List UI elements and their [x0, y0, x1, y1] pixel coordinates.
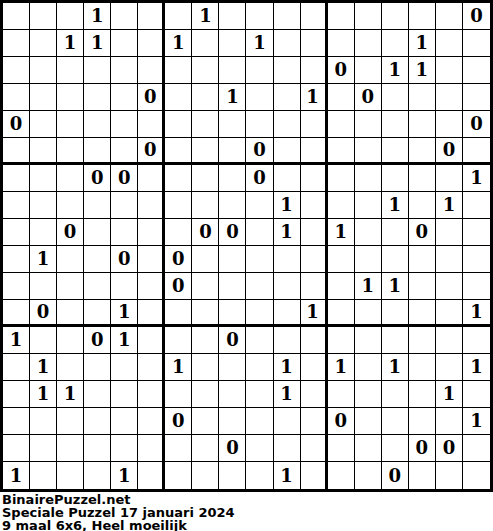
cell-r6c4[interactable] — [84, 138, 111, 165]
cell-r1c9[interactable] — [219, 3, 246, 30]
cell-r6c3[interactable] — [57, 138, 84, 165]
cell-r4c17[interactable] — [436, 84, 463, 111]
cell-r3c8[interactable] — [192, 57, 219, 84]
cell-r7c18[interactable]: 1 — [463, 165, 490, 192]
cell-r9c3[interactable]: 0 — [57, 219, 84, 246]
cell-r4c1[interactable] — [3, 84, 30, 111]
cell-r7c14[interactable] — [355, 165, 382, 192]
cell-r14c15[interactable]: 1 — [382, 354, 409, 381]
cell-r10c16[interactable] — [409, 246, 436, 273]
cell-r11c11[interactable] — [274, 273, 301, 300]
cell-r2c18[interactable] — [463, 30, 490, 57]
cell-r11c17[interactable] — [436, 273, 463, 300]
cell-r9c9[interactable]: 0 — [219, 219, 246, 246]
cell-r13c16[interactable] — [409, 327, 436, 354]
cell-r7c17[interactable] — [436, 165, 463, 192]
cell-r18c14[interactable] — [355, 462, 382, 489]
cell-r11c15[interactable]: 1 — [382, 273, 409, 300]
cell-r15c15[interactable] — [382, 381, 409, 408]
cell-r11c14[interactable]: 1 — [355, 273, 382, 300]
cell-r6c15[interactable] — [382, 138, 409, 165]
cell-r9c2[interactable] — [30, 219, 57, 246]
cell-r7c10[interactable]: 0 — [246, 165, 273, 192]
cell-r1c2[interactable] — [30, 3, 57, 30]
cell-r13c10[interactable] — [246, 327, 273, 354]
cell-r17c14[interactable] — [355, 435, 382, 462]
cell-r6c12[interactable] — [301, 138, 328, 165]
cell-r10c2[interactable]: 1 — [30, 246, 57, 273]
cell-r11c5[interactable] — [111, 273, 138, 300]
cell-r7c4[interactable]: 0 — [84, 165, 111, 192]
cell-r8c14[interactable] — [355, 192, 382, 219]
cell-r15c13[interactable] — [328, 381, 355, 408]
cell-r2c7[interactable]: 1 — [165, 30, 192, 57]
cell-r4c9[interactable]: 1 — [219, 84, 246, 111]
cell-r5c3[interactable] — [57, 111, 84, 138]
cell-r17c9[interactable]: 0 — [219, 435, 246, 462]
cell-r16c8[interactable] — [192, 408, 219, 435]
cell-r5c13[interactable] — [328, 111, 355, 138]
cell-r10c6[interactable] — [138, 246, 165, 273]
cell-r6c14[interactable] — [355, 138, 382, 165]
cell-r10c15[interactable] — [382, 246, 409, 273]
cell-r2c15[interactable] — [382, 30, 409, 57]
cell-r10c3[interactable] — [57, 246, 84, 273]
cell-r17c16[interactable]: 0 — [409, 435, 436, 462]
cell-r14c12[interactable] — [301, 354, 328, 381]
cell-r16c9[interactable] — [219, 408, 246, 435]
cell-r1c13[interactable] — [328, 3, 355, 30]
cell-r5c8[interactable] — [192, 111, 219, 138]
cell-r4c12[interactable]: 1 — [301, 84, 328, 111]
cell-r14c6[interactable] — [138, 354, 165, 381]
cell-r1c4[interactable]: 1 — [84, 3, 111, 30]
cell-r17c11[interactable] — [274, 435, 301, 462]
cell-r3c9[interactable] — [219, 57, 246, 84]
cell-r14c16[interactable] — [409, 354, 436, 381]
cell-r10c5[interactable]: 0 — [111, 246, 138, 273]
cell-r6c9[interactable] — [219, 138, 246, 165]
cell-r5c18[interactable]: 0 — [463, 111, 490, 138]
cell-r16c17[interactable] — [436, 408, 463, 435]
cell-r12c17[interactable] — [436, 300, 463, 327]
cell-r17c8[interactable] — [192, 435, 219, 462]
cell-r3c13[interactable]: 0 — [328, 57, 355, 84]
cell-r18c12[interactable] — [301, 462, 328, 489]
cell-r2c13[interactable] — [328, 30, 355, 57]
cell-r12c4[interactable] — [84, 300, 111, 327]
cell-r18c18[interactable] — [463, 462, 490, 489]
cell-r10c13[interactable] — [328, 246, 355, 273]
cell-r14c10[interactable] — [246, 354, 273, 381]
cell-r7c6[interactable] — [138, 165, 165, 192]
cell-r17c7[interactable] — [165, 435, 192, 462]
cell-r12c8[interactable] — [192, 300, 219, 327]
cell-r2c9[interactable] — [219, 30, 246, 57]
cell-r14c2[interactable]: 1 — [30, 354, 57, 381]
cell-r18c13[interactable] — [328, 462, 355, 489]
cell-r13c17[interactable] — [436, 327, 463, 354]
cell-r7c9[interactable] — [219, 165, 246, 192]
cell-r13c9[interactable]: 0 — [219, 327, 246, 354]
cell-r15c10[interactable] — [246, 381, 273, 408]
cell-r8c1[interactable] — [3, 192, 30, 219]
cell-r16c16[interactable] — [409, 408, 436, 435]
cell-r14c7[interactable]: 1 — [165, 354, 192, 381]
cell-r9c15[interactable] — [382, 219, 409, 246]
cell-r4c3[interactable] — [57, 84, 84, 111]
cell-r18c10[interactable] — [246, 462, 273, 489]
cell-r8c2[interactable] — [30, 192, 57, 219]
cell-r4c16[interactable] — [409, 84, 436, 111]
cell-r3c12[interactable] — [301, 57, 328, 84]
cell-r13c2[interactable] — [30, 327, 57, 354]
cell-r12c5[interactable]: 1 — [111, 300, 138, 327]
cell-r11c8[interactable] — [192, 273, 219, 300]
cell-r4c7[interactable] — [165, 84, 192, 111]
cell-r18c6[interactable] — [138, 462, 165, 489]
cell-r8c11[interactable]: 1 — [274, 192, 301, 219]
cell-r3c18[interactable] — [463, 57, 490, 84]
cell-r13c5[interactable]: 1 — [111, 327, 138, 354]
cell-r9c14[interactable] — [355, 219, 382, 246]
cell-r11c6[interactable] — [138, 273, 165, 300]
cell-r11c1[interactable] — [3, 273, 30, 300]
cell-r6c11[interactable] — [274, 138, 301, 165]
cell-r17c17[interactable]: 0 — [436, 435, 463, 462]
cell-r15c17[interactable]: 1 — [436, 381, 463, 408]
cell-r4c18[interactable] — [463, 84, 490, 111]
cell-r10c18[interactable] — [463, 246, 490, 273]
cell-r8c9[interactable] — [219, 192, 246, 219]
cell-r3c6[interactable] — [138, 57, 165, 84]
cell-r8c5[interactable] — [111, 192, 138, 219]
cell-r8c16[interactable] — [409, 192, 436, 219]
cell-r9c11[interactable]: 1 — [274, 219, 301, 246]
cell-r8c15[interactable]: 1 — [382, 192, 409, 219]
cell-r17c10[interactable] — [246, 435, 273, 462]
cell-r3c15[interactable]: 1 — [382, 57, 409, 84]
cell-r6c10[interactable]: 0 — [246, 138, 273, 165]
cell-r3c4[interactable] — [84, 57, 111, 84]
cell-r1c12[interactable] — [301, 3, 328, 30]
cell-r6c8[interactable] — [192, 138, 219, 165]
cell-r7c12[interactable] — [301, 165, 328, 192]
cell-r16c5[interactable] — [111, 408, 138, 435]
cell-r16c4[interactable] — [84, 408, 111, 435]
cell-r5c7[interactable] — [165, 111, 192, 138]
cell-r14c8[interactable] — [192, 354, 219, 381]
cell-r11c13[interactable] — [328, 273, 355, 300]
cell-r18c4[interactable] — [84, 462, 111, 489]
cell-r7c16[interactable] — [409, 165, 436, 192]
cell-r4c13[interactable] — [328, 84, 355, 111]
cell-r16c12[interactable] — [301, 408, 328, 435]
cell-r11c10[interactable] — [246, 273, 273, 300]
cell-r12c2[interactable]: 0 — [30, 300, 57, 327]
cell-r5c4[interactable] — [84, 111, 111, 138]
cell-r4c11[interactable] — [274, 84, 301, 111]
cell-r17c12[interactable] — [301, 435, 328, 462]
cell-r3c7[interactable] — [165, 57, 192, 84]
cell-r9c8[interactable]: 0 — [192, 219, 219, 246]
cell-r12c13[interactable] — [328, 300, 355, 327]
cell-r1c17[interactable] — [436, 3, 463, 30]
cell-r7c8[interactable] — [192, 165, 219, 192]
cell-r12c9[interactable] — [219, 300, 246, 327]
cell-r16c11[interactable] — [274, 408, 301, 435]
cell-r7c13[interactable] — [328, 165, 355, 192]
cell-r2c3[interactable]: 1 — [57, 30, 84, 57]
cell-r8c4[interactable] — [84, 192, 111, 219]
cell-r6c17[interactable]: 0 — [436, 138, 463, 165]
cell-r9c16[interactable]: 0 — [409, 219, 436, 246]
cell-r11c3[interactable] — [57, 273, 84, 300]
cell-r15c16[interactable] — [409, 381, 436, 408]
cell-r9c17[interactable] — [436, 219, 463, 246]
cell-r7c2[interactable] — [30, 165, 57, 192]
cell-r5c16[interactable] — [409, 111, 436, 138]
cell-r2c8[interactable] — [192, 30, 219, 57]
cell-r14c5[interactable] — [111, 354, 138, 381]
cell-r18c11[interactable]: 1 — [274, 462, 301, 489]
cell-r2c11[interactable] — [274, 30, 301, 57]
cell-r4c5[interactable] — [111, 84, 138, 111]
cell-r8c18[interactable] — [463, 192, 490, 219]
cell-r14c9[interactable] — [219, 354, 246, 381]
cell-r12c15[interactable] — [382, 300, 409, 327]
cell-r10c7[interactable]: 0 — [165, 246, 192, 273]
cell-r9c4[interactable] — [84, 219, 111, 246]
cell-r8c6[interactable] — [138, 192, 165, 219]
cell-r10c11[interactable] — [274, 246, 301, 273]
cell-r18c7[interactable] — [165, 462, 192, 489]
cell-r10c12[interactable] — [301, 246, 328, 273]
cell-r14c3[interactable] — [57, 354, 84, 381]
cell-r2c12[interactable] — [301, 30, 328, 57]
cell-r8c7[interactable] — [165, 192, 192, 219]
cell-r17c3[interactable] — [57, 435, 84, 462]
cell-r2c5[interactable] — [111, 30, 138, 57]
cell-r12c6[interactable] — [138, 300, 165, 327]
cell-r2c16[interactable]: 1 — [409, 30, 436, 57]
cell-r12c1[interactable] — [3, 300, 30, 327]
cell-r17c18[interactable] — [463, 435, 490, 462]
cell-r16c15[interactable] — [382, 408, 409, 435]
cell-r12c11[interactable] — [274, 300, 301, 327]
cell-r5c5[interactable] — [111, 111, 138, 138]
cell-r17c6[interactable] — [138, 435, 165, 462]
cell-r14c13[interactable]: 1 — [328, 354, 355, 381]
cell-r10c8[interactable] — [192, 246, 219, 273]
cell-r13c12[interactable] — [301, 327, 328, 354]
cell-r17c13[interactable] — [328, 435, 355, 462]
cell-r8c17[interactable]: 1 — [436, 192, 463, 219]
cell-r17c5[interactable] — [111, 435, 138, 462]
cell-r9c18[interactable] — [463, 219, 490, 246]
cell-r16c14[interactable] — [355, 408, 382, 435]
cell-r15c3[interactable]: 1 — [57, 381, 84, 408]
cell-r9c13[interactable]: 1 — [328, 219, 355, 246]
cell-r13c3[interactable] — [57, 327, 84, 354]
cell-r15c6[interactable] — [138, 381, 165, 408]
cell-r11c7[interactable]: 0 — [165, 273, 192, 300]
cell-r12c16[interactable] — [409, 300, 436, 327]
cell-r3c5[interactable] — [111, 57, 138, 84]
cell-r4c4[interactable] — [84, 84, 111, 111]
cell-r16c2[interactable] — [30, 408, 57, 435]
cell-r2c2[interactable] — [30, 30, 57, 57]
cell-r6c16[interactable] — [409, 138, 436, 165]
cell-r3c17[interactable] — [436, 57, 463, 84]
cell-r13c1[interactable]: 1 — [3, 327, 30, 354]
cell-r15c9[interactable] — [219, 381, 246, 408]
cell-r14c4[interactable] — [84, 354, 111, 381]
cell-r12c18[interactable]: 1 — [463, 300, 490, 327]
cell-r5c2[interactable] — [30, 111, 57, 138]
cell-r12c3[interactable] — [57, 300, 84, 327]
cell-r5c10[interactable] — [246, 111, 273, 138]
cell-r15c12[interactable] — [301, 381, 328, 408]
cell-r13c14[interactable] — [355, 327, 382, 354]
cell-r11c16[interactable] — [409, 273, 436, 300]
cell-r10c4[interactable] — [84, 246, 111, 273]
cell-r7c5[interactable]: 0 — [111, 165, 138, 192]
cell-r14c14[interactable] — [355, 354, 382, 381]
cell-r18c8[interactable] — [192, 462, 219, 489]
cell-r13c6[interactable] — [138, 327, 165, 354]
cell-r8c12[interactable] — [301, 192, 328, 219]
cell-r11c2[interactable] — [30, 273, 57, 300]
cell-r18c5[interactable]: 1 — [111, 462, 138, 489]
cell-r3c3[interactable] — [57, 57, 84, 84]
cell-r1c16[interactable] — [409, 3, 436, 30]
cell-r1c5[interactable] — [111, 3, 138, 30]
cell-r17c4[interactable] — [84, 435, 111, 462]
cell-r6c1[interactable] — [3, 138, 30, 165]
cell-r10c9[interactable] — [219, 246, 246, 273]
cell-r2c6[interactable] — [138, 30, 165, 57]
cell-r1c10[interactable] — [246, 3, 273, 30]
cell-r15c8[interactable] — [192, 381, 219, 408]
cell-r17c2[interactable] — [30, 435, 57, 462]
cell-r1c14[interactable] — [355, 3, 382, 30]
cell-r13c4[interactable]: 0 — [84, 327, 111, 354]
cell-r6c5[interactable] — [111, 138, 138, 165]
cell-r14c17[interactable] — [436, 354, 463, 381]
cell-r3c2[interactable] — [30, 57, 57, 84]
cell-r9c7[interactable] — [165, 219, 192, 246]
cell-r18c16[interactable] — [409, 462, 436, 489]
cell-r16c1[interactable] — [3, 408, 30, 435]
cell-r16c3[interactable] — [57, 408, 84, 435]
cell-r11c4[interactable] — [84, 273, 111, 300]
cell-r1c8[interactable]: 1 — [192, 3, 219, 30]
cell-r5c17[interactable] — [436, 111, 463, 138]
cell-r5c1[interactable]: 0 — [3, 111, 30, 138]
cell-r18c2[interactable] — [30, 462, 57, 489]
cell-r5c11[interactable] — [274, 111, 301, 138]
cell-r4c6[interactable]: 0 — [138, 84, 165, 111]
cell-r16c10[interactable] — [246, 408, 273, 435]
cell-r13c8[interactable] — [192, 327, 219, 354]
cell-r13c11[interactable] — [274, 327, 301, 354]
cell-r12c10[interactable] — [246, 300, 273, 327]
cell-r5c9[interactable] — [219, 111, 246, 138]
cell-r3c10[interactable] — [246, 57, 273, 84]
cell-r6c13[interactable] — [328, 138, 355, 165]
cell-r1c1[interactable] — [3, 3, 30, 30]
cell-r4c14[interactable]: 0 — [355, 84, 382, 111]
cell-r4c10[interactable] — [246, 84, 273, 111]
cell-r2c17[interactable] — [436, 30, 463, 57]
cell-r13c18[interactable] — [463, 327, 490, 354]
cell-r15c2[interactable]: 1 — [30, 381, 57, 408]
cell-r10c17[interactable] — [436, 246, 463, 273]
cell-r2c10[interactable]: 1 — [246, 30, 273, 57]
cell-r15c18[interactable] — [463, 381, 490, 408]
cell-r9c12[interactable] — [301, 219, 328, 246]
cell-r3c14[interactable] — [355, 57, 382, 84]
cell-r8c3[interactable] — [57, 192, 84, 219]
cell-r10c10[interactable] — [246, 246, 273, 273]
cell-r17c15[interactable] — [382, 435, 409, 462]
cell-r3c11[interactable] — [274, 57, 301, 84]
cell-r18c1[interactable]: 1 — [3, 462, 30, 489]
cell-r9c1[interactable] — [3, 219, 30, 246]
cell-r18c15[interactable]: 0 — [382, 462, 409, 489]
cell-r12c12[interactable]: 1 — [301, 300, 328, 327]
cell-r7c11[interactable] — [274, 165, 301, 192]
cell-r15c11[interactable]: 1 — [274, 381, 301, 408]
cell-r5c6[interactable] — [138, 111, 165, 138]
cell-r11c12[interactable] — [301, 273, 328, 300]
cell-r18c17[interactable] — [436, 462, 463, 489]
cell-r9c10[interactable] — [246, 219, 273, 246]
cell-r3c1[interactable] — [3, 57, 30, 84]
cell-r11c18[interactable] — [463, 273, 490, 300]
cell-r13c13[interactable] — [328, 327, 355, 354]
cell-r14c11[interactable]: 1 — [274, 354, 301, 381]
cell-r16c13[interactable]: 0 — [328, 408, 355, 435]
cell-r18c3[interactable] — [57, 462, 84, 489]
cell-r4c15[interactable] — [382, 84, 409, 111]
cell-r17c1[interactable] — [3, 435, 30, 462]
cell-r7c15[interactable] — [382, 165, 409, 192]
cell-r4c2[interactable] — [30, 84, 57, 111]
cell-r13c7[interactable] — [165, 327, 192, 354]
cell-r7c7[interactable] — [165, 165, 192, 192]
cell-r2c1[interactable] — [3, 30, 30, 57]
cell-r12c7[interactable] — [165, 300, 192, 327]
cell-r16c18[interactable]: 1 — [463, 408, 490, 435]
cell-r1c6[interactable] — [138, 3, 165, 30]
cell-r1c15[interactable] — [382, 3, 409, 30]
cell-r8c13[interactable] — [328, 192, 355, 219]
cell-r5c14[interactable] — [355, 111, 382, 138]
cell-r1c18[interactable]: 0 — [463, 3, 490, 30]
cell-r15c7[interactable] — [165, 381, 192, 408]
cell-r15c14[interactable] — [355, 381, 382, 408]
cell-r5c15[interactable] — [382, 111, 409, 138]
cell-r5c12[interactable] — [301, 111, 328, 138]
cell-r2c14[interactable] — [355, 30, 382, 57]
cell-r8c8[interactable] — [192, 192, 219, 219]
cell-r10c1[interactable] — [3, 246, 30, 273]
cell-r12c14[interactable] — [355, 300, 382, 327]
cell-r15c4[interactable] — [84, 381, 111, 408]
cell-r15c5[interactable] — [111, 381, 138, 408]
